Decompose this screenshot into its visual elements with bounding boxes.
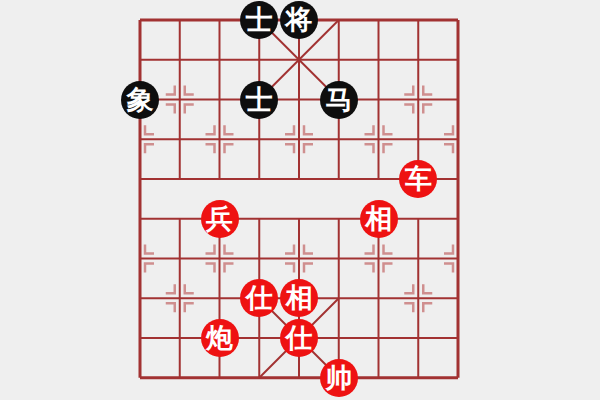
piece-red-general[interactable]: 帅 bbox=[320, 359, 358, 397]
piece-red-cannon-1[interactable]: 炮 bbox=[201, 319, 239, 357]
piece-red-chariot-1[interactable]: 车 bbox=[399, 160, 437, 198]
piece-red-elephant-1[interactable]: 相 bbox=[360, 200, 398, 238]
piece-black-horse-1[interactable]: 马 bbox=[320, 81, 358, 119]
piece-black-general[interactable]: 将 bbox=[280, 1, 318, 39]
piece-black-advisor-2[interactable]: 士 bbox=[240, 81, 278, 119]
piece-red-elephant-2[interactable]: 相 bbox=[280, 279, 318, 317]
piece-black-advisor-1[interactable]: 士 bbox=[240, 1, 278, 39]
piece-red-pawn-1[interactable]: 兵 bbox=[201, 200, 239, 238]
piece-black-elephant-1[interactable]: 象 bbox=[121, 81, 159, 119]
piece-red-advisor-1[interactable]: 仕 bbox=[240, 279, 278, 317]
pieces-layer: 士将象士马车兵相仕相炮仕帅 bbox=[0, 0, 600, 400]
xiangqi-app: 士将象士马车兵相仕相炮仕帅 bbox=[0, 0, 600, 400]
piece-red-advisor-2[interactable]: 仕 bbox=[280, 319, 318, 357]
